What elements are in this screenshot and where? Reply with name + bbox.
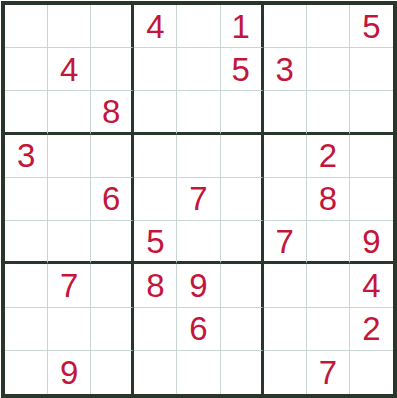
cell-r7c4: 8	[134, 264, 177, 307]
cell-r1c7[interactable]	[264, 5, 307, 48]
cell-r3c7[interactable]	[264, 91, 307, 134]
cell-r2c8[interactable]	[307, 48, 350, 91]
cell-r3c6[interactable]	[221, 91, 264, 134]
cell-r9c1[interactable]	[5, 351, 48, 394]
given-digit: 8	[102, 95, 120, 128]
cell-r3c1[interactable]	[5, 91, 48, 134]
cell-r6c8[interactable]	[307, 221, 350, 264]
cell-r5c4[interactable]	[134, 178, 177, 221]
cell-r9c3[interactable]	[91, 351, 134, 394]
cell-r1c4: 4	[134, 5, 177, 48]
given-digit: 9	[362, 225, 380, 258]
cell-r7c8[interactable]	[307, 264, 350, 307]
cell-r2c9[interactable]	[350, 48, 393, 91]
given-digit: 3	[276, 53, 294, 86]
cell-r6c2[interactable]	[48, 221, 91, 264]
cell-r3c5[interactable]	[177, 91, 220, 134]
cell-r3c2[interactable]	[48, 91, 91, 134]
cell-r8c7[interactable]	[264, 308, 307, 351]
cell-r4c2[interactable]	[48, 135, 91, 178]
cell-r8c5: 6	[177, 308, 220, 351]
cell-r2c4[interactable]	[134, 48, 177, 91]
cell-r8c3[interactable]	[91, 308, 134, 351]
given-digit: 2	[362, 312, 380, 345]
cell-r2c1[interactable]	[5, 48, 48, 91]
cell-r5c5: 7	[177, 178, 220, 221]
given-digit: 7	[319, 356, 337, 389]
cell-r2c6: 5	[221, 48, 264, 91]
cell-r4c1: 3	[5, 135, 48, 178]
cell-r1c2[interactable]	[48, 5, 91, 48]
cell-r4c5[interactable]	[177, 135, 220, 178]
cell-r6c9: 9	[350, 221, 393, 264]
given-digit: 5	[231, 53, 249, 86]
given-digit: 1	[231, 10, 249, 43]
cell-r8c4[interactable]	[134, 308, 177, 351]
cell-r7c5: 9	[177, 264, 220, 307]
cell-r6c7: 7	[264, 221, 307, 264]
given-digit: 4	[60, 53, 78, 86]
given-digit: 5	[146, 225, 164, 258]
cell-r7c6[interactable]	[221, 264, 264, 307]
cell-r8c8[interactable]	[307, 308, 350, 351]
cell-r8c1[interactable]	[5, 308, 48, 351]
cell-r3c9[interactable]	[350, 91, 393, 134]
sudoku-board: 41545383267857978946297	[1, 1, 397, 398]
cell-r8c2[interactable]	[48, 308, 91, 351]
cell-r6c1[interactable]	[5, 221, 48, 264]
cell-r9c9[interactable]	[350, 351, 393, 394]
cell-r1c1[interactable]	[5, 5, 48, 48]
given-digit: 4	[362, 269, 380, 302]
given-digit: 7	[276, 225, 294, 258]
cell-r7c3[interactable]	[91, 264, 134, 307]
cell-r5c9[interactable]	[350, 178, 393, 221]
cell-r3c8[interactable]	[307, 91, 350, 134]
cell-r6c3[interactable]	[91, 221, 134, 264]
cell-r6c6[interactable]	[221, 221, 264, 264]
cell-r6c4: 5	[134, 221, 177, 264]
sudoku-page: 41545383267857978946297	[0, 0, 397, 398]
cell-r4c9[interactable]	[350, 135, 393, 178]
given-digit: 6	[189, 312, 207, 345]
cell-r5c2[interactable]	[48, 178, 91, 221]
cell-r5c6[interactable]	[221, 178, 264, 221]
cell-r9c6[interactable]	[221, 351, 264, 394]
cell-r9c7[interactable]	[264, 351, 307, 394]
given-digit: 6	[102, 182, 120, 215]
cell-r9c5[interactable]	[177, 351, 220, 394]
cell-r5c3: 6	[91, 178, 134, 221]
cell-r1c3[interactable]	[91, 5, 134, 48]
cell-r2c7: 3	[264, 48, 307, 91]
cell-r1c5[interactable]	[177, 5, 220, 48]
given-digit: 9	[60, 356, 78, 389]
given-digit: 4	[146, 10, 164, 43]
given-digit: 9	[189, 269, 207, 302]
cell-r6c5[interactable]	[177, 221, 220, 264]
given-digit: 2	[319, 139, 337, 172]
cell-r2c3[interactable]	[91, 48, 134, 91]
cell-r4c3[interactable]	[91, 135, 134, 178]
cell-r1c9: 5	[350, 5, 393, 48]
cell-r5c7[interactable]	[264, 178, 307, 221]
given-digit: 7	[60, 269, 78, 302]
cell-r4c8: 2	[307, 135, 350, 178]
cell-r7c7[interactable]	[264, 264, 307, 307]
cell-r2c2: 4	[48, 48, 91, 91]
cell-r3c3: 8	[91, 91, 134, 134]
cell-r5c8: 8	[307, 178, 350, 221]
given-digit: 7	[189, 182, 207, 215]
cell-r1c8[interactable]	[307, 5, 350, 48]
cell-r3c4[interactable]	[134, 91, 177, 134]
cell-r4c4[interactable]	[134, 135, 177, 178]
given-digit: 3	[17, 139, 35, 172]
cell-r9c2: 9	[48, 351, 91, 394]
cell-r1c6: 1	[221, 5, 264, 48]
given-digit: 8	[319, 182, 337, 215]
given-digit: 8	[146, 269, 164, 302]
cell-r5c1[interactable]	[5, 178, 48, 221]
cell-r4c6[interactable]	[221, 135, 264, 178]
cell-r8c9: 2	[350, 308, 393, 351]
cell-r9c8: 7	[307, 351, 350, 394]
given-digit: 5	[362, 10, 380, 43]
cell-r2c5[interactable]	[177, 48, 220, 91]
cell-r7c9: 4	[350, 264, 393, 307]
cell-r4c7[interactable]	[264, 135, 307, 178]
cell-r9c4[interactable]	[134, 351, 177, 394]
cell-r7c1[interactable]	[5, 264, 48, 307]
cell-r8c6[interactable]	[221, 308, 264, 351]
cell-r7c2: 7	[48, 264, 91, 307]
